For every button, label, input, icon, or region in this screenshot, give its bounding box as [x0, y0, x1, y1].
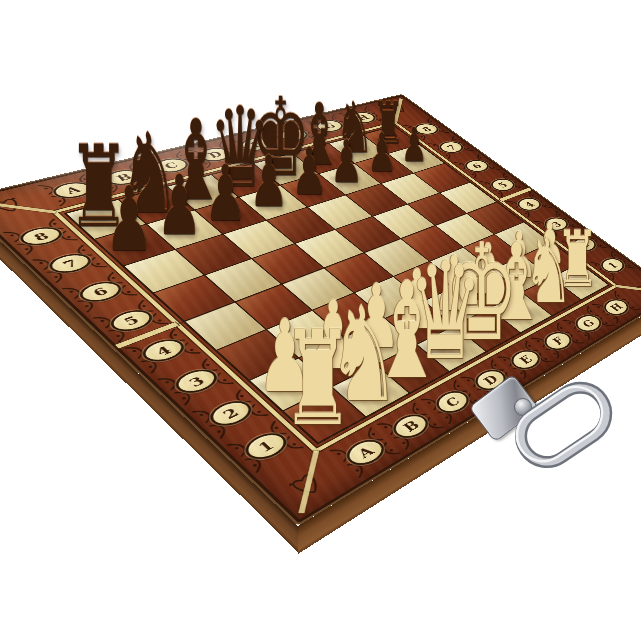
piece-black-pawn-b7[interactable]: ♟: [156, 164, 202, 247]
piece-black-pawn-d7[interactable]: ♟: [249, 146, 288, 217]
metal-clasp: [462, 362, 641, 487]
piece-black-pawn-g7[interactable]: ♟: [367, 126, 396, 179]
piece-black-pawn-c7[interactable]: ♟: [204, 155, 247, 232]
chess-set-photo: A B C D E F G H A B C D E F G: [0, 0, 641, 641]
pieces-layer: ♜♞♝♛♚♝♞♜♟♟♟♟♟♟♟♟♟♟♟♟♟♟♟♟♜♞♝♛♚♝♞♜: [0, 0, 641, 641]
piece-black-pawn-f7[interactable]: ♟: [330, 132, 363, 191]
piece-black-pawn-h7[interactable]: ♟: [401, 121, 427, 168]
clasp-loop: [502, 376, 634, 472]
piece-black-pawn-a7[interactable]: ♟: [104, 175, 153, 264]
piece-white-rook-a1[interactable]: ♜: [281, 313, 354, 444]
piece-black-pawn-e7[interactable]: ♟: [291, 139, 327, 204]
